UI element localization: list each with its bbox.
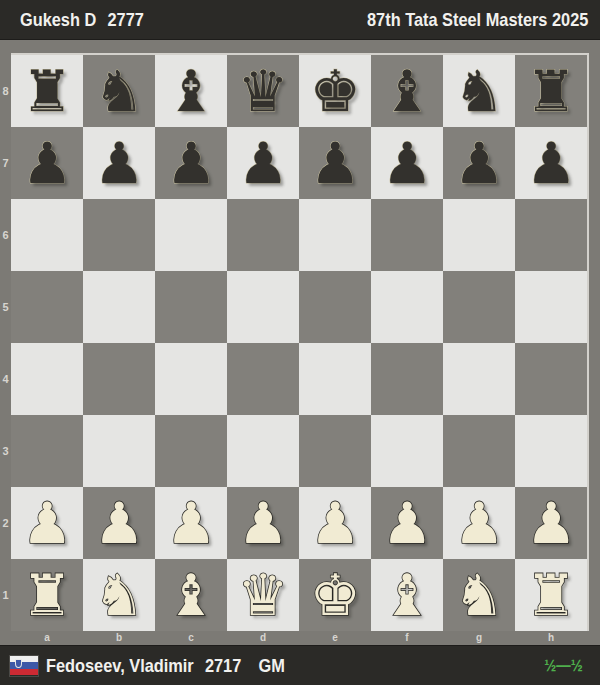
piece-white-pawn[interactable]: ♟ [525,487,576,559]
piece-white-queen[interactable]: ♛ [237,559,288,631]
square-d4[interactable] [227,343,299,415]
piece-black-pawn[interactable]: ♟ [237,127,288,199]
bottom-player-info: Fedoseev, Vladimir2717GM [46,655,285,677]
piece-black-bishop[interactable]: ♝ [381,55,432,127]
square-b5[interactable] [83,271,155,343]
square-g3[interactable] [443,415,515,487]
square-f5[interactable] [371,271,443,343]
file-label-e: e [299,630,371,645]
rank-label-8: 8 [0,55,11,127]
piece-black-knight[interactable]: ♞ [93,55,144,127]
square-a5[interactable] [11,271,83,343]
rank-label-7: 7 [0,127,11,199]
square-f3[interactable] [371,415,443,487]
top-player-name: Gukesh D [20,9,96,30]
square-f1[interactable]: ♝ [371,559,443,631]
piece-white-king[interactable]: ♚ [309,559,360,631]
square-a2[interactable]: ♟ [11,487,83,559]
file-label-h: h [515,630,587,645]
square-g7[interactable]: ♟ [443,127,515,199]
file-label-f: f [371,630,443,645]
top-player-info: Gukesh D2777 [20,9,144,31]
square-f8[interactable]: ♝ [371,55,443,127]
square-a7[interactable]: ♟ [11,127,83,199]
square-f2[interactable]: ♟ [371,487,443,559]
piece-black-king[interactable]: ♚ [309,55,360,127]
square-e8[interactable]: ♚ [299,55,371,127]
square-h1[interactable]: ♜ [515,559,587,631]
piece-white-knight[interactable]: ♞ [93,559,144,631]
square-b6[interactable] [83,199,155,271]
square-h3[interactable] [515,415,587,487]
piece-white-pawn[interactable]: ♟ [381,487,432,559]
rank-coordinates: 87654321 [0,55,11,631]
top-player-bar: Gukesh D2777 87th Tata Steel Masters 202… [0,0,600,40]
square-b2[interactable]: ♟ [83,487,155,559]
rank-label-1: 1 [0,559,11,631]
piece-black-knight[interactable]: ♞ [453,55,504,127]
square-e6[interactable] [299,199,371,271]
piece-white-pawn[interactable]: ♟ [453,487,504,559]
square-g8[interactable]: ♞ [443,55,515,127]
bottom-player-name: Fedoseev, Vladimir [46,655,194,676]
piece-white-pawn[interactable]: ♟ [21,487,72,559]
piece-white-rook[interactable]: ♜ [525,559,576,631]
flag-coat-of-arms [15,659,22,668]
square-a6[interactable] [11,199,83,271]
piece-black-bishop[interactable]: ♝ [165,55,216,127]
square-g5[interactable] [443,271,515,343]
square-d8[interactable]: ♛ [227,55,299,127]
square-h7[interactable]: ♟ [515,127,587,199]
piece-white-rook[interactable]: ♜ [21,559,72,631]
piece-black-pawn[interactable]: ♟ [93,127,144,199]
slovenia-flag-icon [10,656,38,676]
rank-label-2: 2 [0,487,11,559]
square-h4[interactable] [515,343,587,415]
file-label-g: g [443,630,515,645]
square-c3[interactable] [155,415,227,487]
file-label-a: a [11,630,83,645]
square-e7[interactable]: ♟ [299,127,371,199]
square-c4[interactable] [155,343,227,415]
bottom-player-bar: Fedoseev, Vladimir2717GM ½—½ [0,645,600,685]
rank-label-6: 6 [0,199,11,271]
event-title: 87th Tata Steel Masters 2025 [367,9,588,31]
square-b8[interactable]: ♞ [83,55,155,127]
square-h8[interactable]: ♜ [515,55,587,127]
square-c1[interactable]: ♝ [155,559,227,631]
piece-white-bishop[interactable]: ♝ [165,559,216,631]
piece-black-pawn[interactable]: ♟ [381,127,432,199]
piece-white-pawn[interactable]: ♟ [93,487,144,559]
square-c2[interactable]: ♟ [155,487,227,559]
piece-white-knight[interactable]: ♞ [453,559,504,631]
square-e4[interactable] [299,343,371,415]
square-d3[interactable] [227,415,299,487]
square-f6[interactable] [371,199,443,271]
square-a8[interactable]: ♜ [11,55,83,127]
rank-label-3: 3 [0,415,11,487]
rank-label-4: 4 [0,343,11,415]
square-g6[interactable] [443,199,515,271]
square-e2[interactable]: ♟ [299,487,371,559]
square-c5[interactable] [155,271,227,343]
square-b3[interactable] [83,415,155,487]
piece-black-rook[interactable]: ♜ [525,55,576,127]
file-label-d: d [227,630,299,645]
square-c8[interactable]: ♝ [155,55,227,127]
rank-label-5: 5 [0,271,11,343]
square-b1[interactable]: ♞ [83,559,155,631]
file-label-b: b [83,630,155,645]
square-e5[interactable] [299,271,371,343]
square-f7[interactable]: ♟ [371,127,443,199]
board-frame-highlight-right [587,53,589,631]
square-a1[interactable]: ♜ [11,559,83,631]
board: ♜♞♝♛♚♝♞♜♟♟♟♟♟♟♟♟♟♟♟♟♟♟♟♟♜♞♝♛♚♝♞♜ [11,55,587,631]
square-h6[interactable] [515,199,587,271]
piece-white-pawn[interactable]: ♟ [165,487,216,559]
square-b4[interactable] [83,343,155,415]
square-c7[interactable]: ♟ [155,127,227,199]
piece-black-pawn[interactable]: ♟ [21,127,72,199]
piece-white-pawn[interactable]: ♟ [309,487,360,559]
bottom-player-title: GM [258,655,284,676]
top-player-rating: 2777 [107,9,143,30]
square-d7[interactable]: ♟ [227,127,299,199]
bottom-player-rating: 2717 [205,655,241,676]
square-g1[interactable]: ♞ [443,559,515,631]
piece-black-pawn[interactable]: ♟ [165,127,216,199]
square-h2[interactable]: ♟ [515,487,587,559]
file-label-c: c [155,630,227,645]
square-a3[interactable] [11,415,83,487]
square-d5[interactable] [227,271,299,343]
piece-black-rook[interactable]: ♜ [21,55,72,127]
square-g4[interactable] [443,343,515,415]
square-e1[interactable]: ♚ [299,559,371,631]
piece-black-queen[interactable]: ♛ [237,55,288,127]
square-d1[interactable]: ♛ [227,559,299,631]
piece-black-pawn[interactable]: ♟ [453,127,504,199]
square-b7[interactable]: ♟ [83,127,155,199]
square-g2[interactable]: ♟ [443,487,515,559]
file-coordinates: abcdefgh [11,630,587,645]
square-a4[interactable] [11,343,83,415]
square-e3[interactable] [299,415,371,487]
square-d6[interactable] [227,199,299,271]
piece-black-pawn[interactable]: ♟ [309,127,360,199]
game-result: ½—½ [545,657,583,675]
square-d2[interactable]: ♟ [227,487,299,559]
piece-white-pawn[interactable]: ♟ [237,487,288,559]
square-c6[interactable] [155,199,227,271]
piece-black-pawn[interactable]: ♟ [525,127,576,199]
piece-white-bishop[interactable]: ♝ [381,559,432,631]
square-h5[interactable] [515,271,587,343]
square-f4[interactable] [371,343,443,415]
